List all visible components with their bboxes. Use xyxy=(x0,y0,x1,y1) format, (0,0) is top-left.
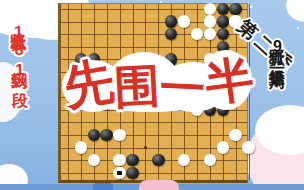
white-stone xyxy=(242,141,255,154)
grid-hline xyxy=(61,122,247,123)
white-stone xyxy=(178,15,191,28)
white-stone xyxy=(217,141,230,154)
white-stone xyxy=(113,129,126,142)
last-move-marker xyxy=(117,171,122,176)
black-stone xyxy=(217,15,230,28)
black-stone xyxy=(88,129,101,142)
white-stone xyxy=(204,3,217,16)
black-stone xyxy=(217,28,230,41)
game-caption: 野狐9级第十一局 xyxy=(266,36,287,188)
black-stone xyxy=(165,28,178,41)
black-stone xyxy=(152,154,165,167)
white-stone xyxy=(88,154,101,167)
sparkle-2 xyxy=(297,27,299,29)
white-stone xyxy=(204,15,217,28)
center-caption-char: 围 xyxy=(113,62,161,110)
black-stone xyxy=(100,129,113,142)
white-stone xyxy=(204,28,217,41)
black-stone xyxy=(126,167,139,180)
center-caption-char: 先 xyxy=(60,55,118,113)
center-caption-char: 半 xyxy=(202,54,256,108)
black-stone xyxy=(229,3,242,16)
black-stone xyxy=(217,3,230,16)
white-stone xyxy=(191,28,204,41)
left-caption: 从野狐18级到1段 xyxy=(7,20,32,185)
white-stone xyxy=(75,141,88,154)
star-point xyxy=(144,146,147,149)
grid-hline xyxy=(61,173,247,174)
black-stone xyxy=(165,15,178,28)
center-caption-char: 一 xyxy=(159,64,207,112)
bottom-decor-blue xyxy=(93,183,113,190)
white-stone xyxy=(204,154,217,167)
thumbnail-stage: 先 围 一 半 从野狐18级到1段 第二季 野狐9级第十一局 xyxy=(0,0,304,190)
white-stone xyxy=(178,154,191,167)
white-stone xyxy=(229,129,242,142)
black-stone xyxy=(126,154,139,167)
white-stone xyxy=(113,154,126,167)
cloud-top-right xyxy=(286,0,304,22)
white-stone xyxy=(113,167,126,180)
center-caption: 先 围 一 半 xyxy=(64,50,250,118)
bottom-decor-pink xyxy=(139,180,179,190)
